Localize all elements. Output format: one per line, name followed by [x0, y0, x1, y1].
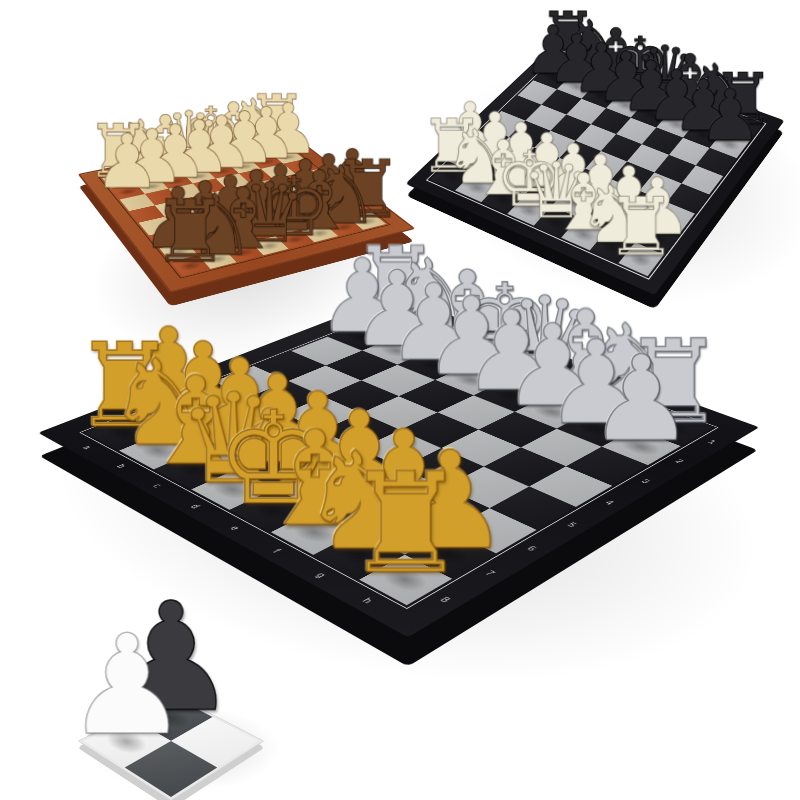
silver-pawn: ♟ [588, 340, 694, 458]
magnet-demo-tile: ♟♟ [105, 675, 237, 800]
gold-rook: ♜ [344, 454, 468, 593]
product-photo-stage: ♜♞♝♛♚♝♞♜♟♟♟♟♟♟♟♟♟♟♟♟♟♟♟♟♜♞♝♛♚♝♞♜ ♜♞♝♚♛♝♞… [0, 0, 800, 800]
square: ♟ [111, 183, 145, 199]
center-board-grid: ♜♞♝♚♛♝♞♜♟♟♟♟♟♟♟♟♟♟♟♟♟♟♟♟♜♞♝♛♚♝♞♜ [85, 310, 713, 605]
tile-grid: ♟♟ [83, 695, 258, 797]
white-pawn: ♟ [65, 617, 189, 755]
tile-surface: ♟♟ [78, 693, 265, 800]
black-pawn: ♟ [698, 80, 762, 152]
